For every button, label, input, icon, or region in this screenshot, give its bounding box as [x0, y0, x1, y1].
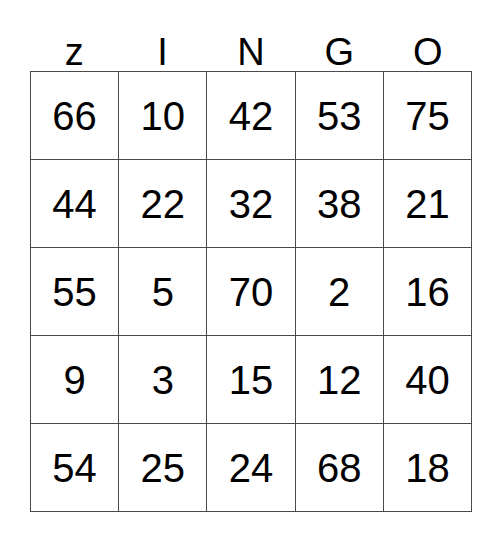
bingo-cell-r1c2[interactable]: 10	[119, 72, 207, 160]
bingo-cell-r5c5[interactable]: 18	[384, 424, 472, 512]
bingo-cell-r1c4[interactable]: 53	[296, 72, 384, 160]
bingo-cell-r5c2[interactable]: 25	[119, 424, 207, 512]
column-letter-2: I	[118, 0, 206, 71]
bingo-cell-r4c4[interactable]: 12	[296, 336, 384, 424]
bingo-cell-r3c1[interactable]: 55	[31, 248, 119, 336]
bingo-cell-r4c3[interactable]: 15	[207, 336, 295, 424]
bingo-grid: 6610425375442232382155570216931512405425…	[30, 71, 472, 512]
bingo-cell-r4c5[interactable]: 40	[384, 336, 472, 424]
bingo-cell-r3c2[interactable]: 5	[119, 248, 207, 336]
bingo-cell-r1c3[interactable]: 42	[207, 72, 295, 160]
column-letter-4: G	[295, 0, 383, 71]
column-letters-row: zINGO	[30, 0, 472, 71]
column-letter-5: O	[384, 0, 472, 71]
bingo-cell-r5c4[interactable]: 68	[296, 424, 384, 512]
bingo-cell-r2c3[interactable]: 32	[207, 160, 295, 248]
bingo-cell-r2c1[interactable]: 44	[31, 160, 119, 248]
bingo-cell-r3c3[interactable]: 70	[207, 248, 295, 336]
bingo-card: zINGO 6610425375442232382155570216931512…	[0, 0, 500, 544]
bingo-cell-r1c1[interactable]: 66	[31, 72, 119, 160]
bingo-cell-r2c4[interactable]: 38	[296, 160, 384, 248]
bingo-cell-r5c3[interactable]: 24	[207, 424, 295, 512]
bingo-cell-r5c1[interactable]: 54	[31, 424, 119, 512]
column-letter-3: N	[207, 0, 295, 71]
bingo-cell-r4c1[interactable]: 9	[31, 336, 119, 424]
bingo-cell-r3c5[interactable]: 16	[384, 248, 472, 336]
bingo-cell-r4c2[interactable]: 3	[119, 336, 207, 424]
column-letter-1: z	[30, 0, 118, 71]
bingo-cell-r1c5[interactable]: 75	[384, 72, 472, 160]
bingo-cell-r3c4[interactable]: 2	[296, 248, 384, 336]
bingo-cell-r2c5[interactable]: 21	[384, 160, 472, 248]
bingo-cell-r2c2[interactable]: 22	[119, 160, 207, 248]
